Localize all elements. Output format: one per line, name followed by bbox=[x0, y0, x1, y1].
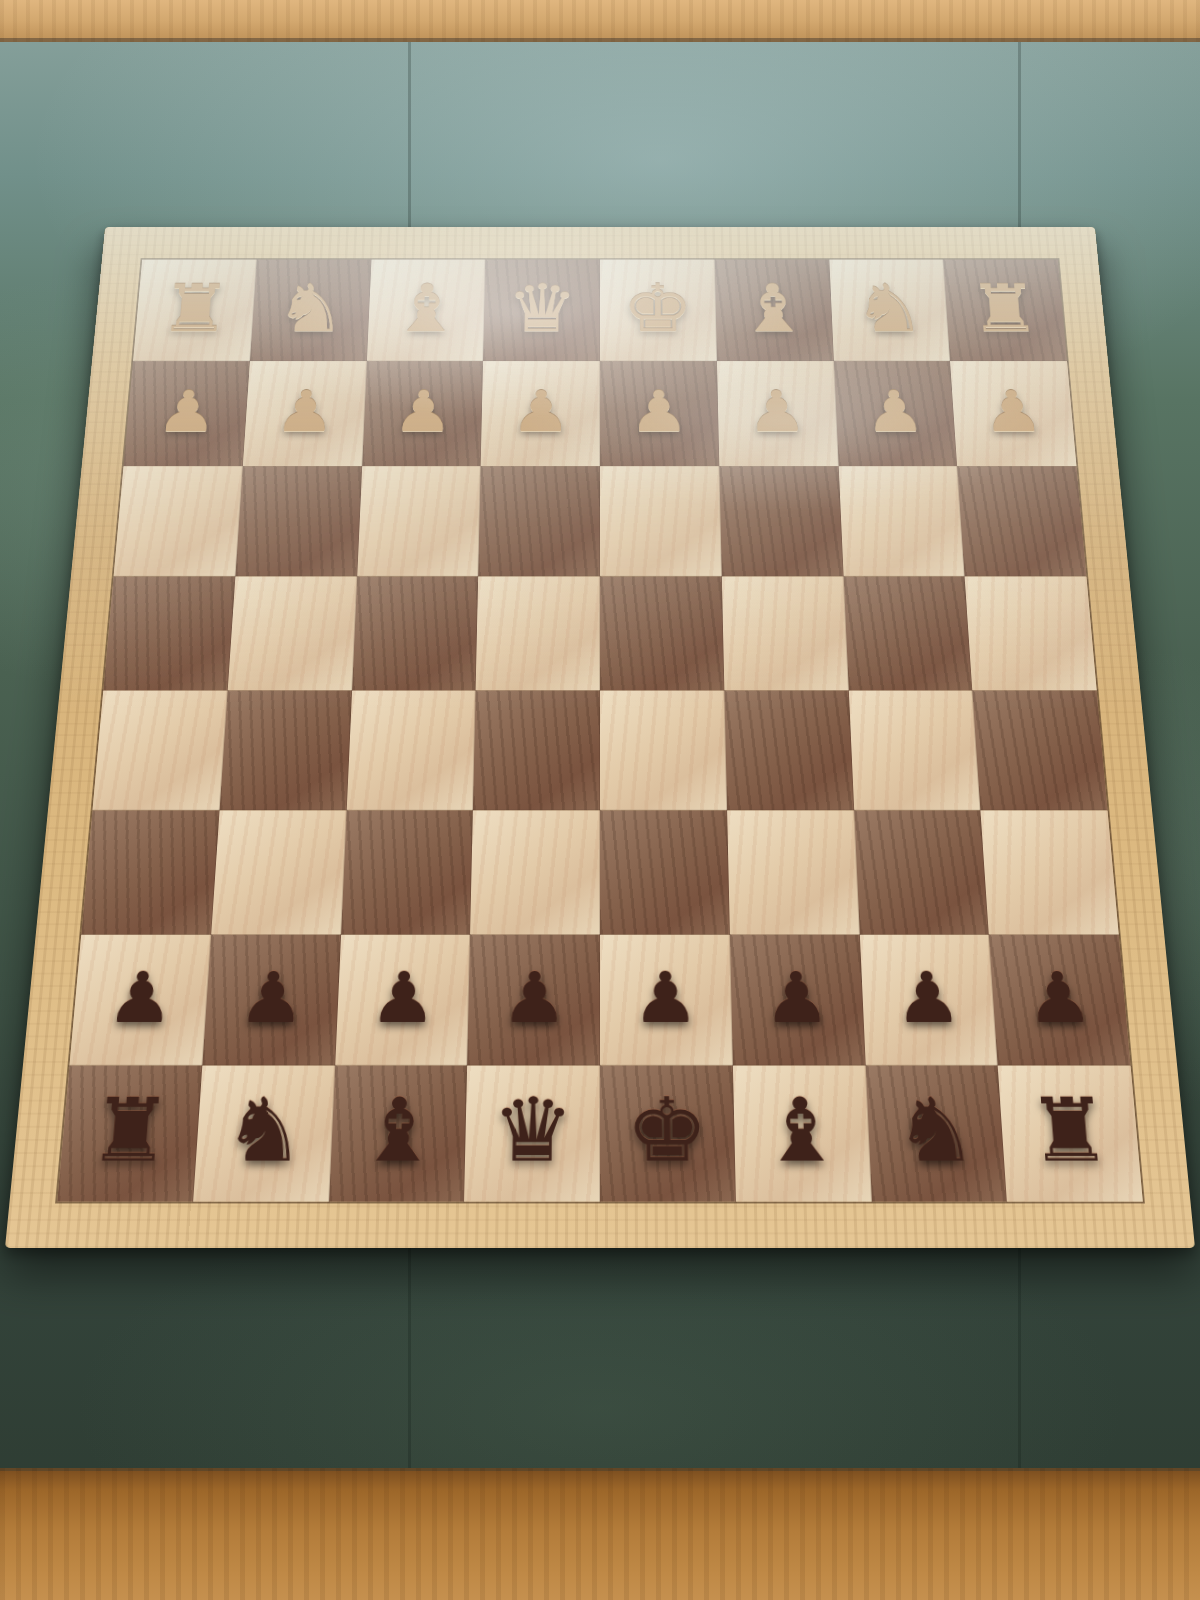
piece-black-pawn[interactable]: ♟ bbox=[1023, 963, 1096, 1033]
square-e4[interactable] bbox=[600, 576, 724, 690]
square-d2[interactable]: ♟ bbox=[481, 361, 600, 466]
piece-black-pawn[interactable]: ♟ bbox=[237, 963, 308, 1033]
square-h3[interactable] bbox=[957, 466, 1086, 576]
square-g4[interactable] bbox=[843, 576, 972, 690]
square-c1[interactable]: ♝ bbox=[367, 260, 486, 361]
square-g5[interactable] bbox=[848, 691, 980, 810]
square-d4[interactable] bbox=[476, 576, 600, 690]
square-h5[interactable] bbox=[973, 691, 1108, 810]
square-d6[interactable] bbox=[470, 810, 600, 935]
square-a5[interactable] bbox=[93, 691, 228, 810]
piece-black-bishop[interactable]: ♝ bbox=[759, 1087, 845, 1175]
square-b5[interactable] bbox=[219, 691, 351, 810]
square-f8[interactable]: ♝ bbox=[733, 1065, 872, 1201]
square-a3[interactable] bbox=[114, 466, 243, 576]
square-b3[interactable] bbox=[235, 466, 362, 576]
square-a6[interactable] bbox=[81, 810, 219, 935]
square-e8[interactable]: ♚ bbox=[600, 1065, 736, 1201]
board-grid: ♜♞♝♛♚♝♞♜♟♟♟♟♟♟♟♟♟♟♟♟♟♟♟♟♜♞♝♛♚♝♞♜ bbox=[57, 260, 1143, 1202]
square-a4[interactable] bbox=[103, 576, 235, 690]
square-d1[interactable]: ♛ bbox=[483, 260, 600, 361]
piece-black-rook[interactable]: ♜ bbox=[1025, 1087, 1115, 1175]
square-f4[interactable] bbox=[722, 576, 849, 690]
piece-white-pawn[interactable]: ♟ bbox=[392, 384, 454, 440]
piece-white-queen[interactable]: ♛ bbox=[506, 276, 578, 341]
square-h2[interactable]: ♟ bbox=[950, 361, 1076, 466]
photo-scene: ♜♞♝♛♚♝♞♜♟♟♟♟♟♟♟♟♟♟♟♟♟♟♟♟♜♞♝♛♚♝♞♜ bbox=[0, 0, 1200, 1600]
square-h4[interactable] bbox=[965, 576, 1097, 690]
square-d8[interactable]: ♛ bbox=[464, 1065, 600, 1201]
piece-white-rook[interactable]: ♜ bbox=[157, 276, 233, 341]
square-f3[interactable] bbox=[719, 466, 843, 576]
piece-white-pawn[interactable]: ♟ bbox=[863, 384, 926, 440]
piece-white-bishop[interactable]: ♝ bbox=[390, 276, 463, 341]
square-d7[interactable]: ♟ bbox=[467, 935, 600, 1065]
square-c7[interactable]: ♟ bbox=[335, 935, 471, 1065]
piece-black-king[interactable]: ♚ bbox=[626, 1087, 710, 1175]
square-g6[interactable] bbox=[854, 810, 989, 935]
square-e5[interactable] bbox=[600, 691, 727, 810]
piece-black-pawn[interactable]: ♟ bbox=[762, 963, 831, 1033]
square-e3[interactable] bbox=[600, 466, 722, 576]
square-h6[interactable] bbox=[981, 810, 1119, 935]
piece-black-pawn[interactable]: ♟ bbox=[105, 963, 178, 1033]
square-f6[interactable] bbox=[727, 810, 859, 935]
square-e6[interactable] bbox=[600, 810, 730, 935]
piece-black-pawn[interactable]: ♟ bbox=[892, 963, 963, 1033]
square-c2[interactable]: ♟ bbox=[362, 361, 483, 466]
square-e1[interactable]: ♚ bbox=[600, 260, 717, 361]
piece-black-rook[interactable]: ♜ bbox=[85, 1087, 175, 1175]
square-h8[interactable]: ♜ bbox=[998, 1065, 1143, 1201]
board-frame: ♜♞♝♛♚♝♞♜♟♟♟♟♟♟♟♟♟♟♟♟♟♟♟♟♜♞♝♛♚♝♞♜ bbox=[5, 227, 1195, 1248]
chess-board: ♜♞♝♛♚♝♞♜♟♟♟♟♟♟♟♟♟♟♟♟♟♟♟♟♜♞♝♛♚♝♞♜ bbox=[5, 227, 1195, 1248]
piece-white-pawn[interactable]: ♟ bbox=[510, 384, 571, 440]
piece-black-bishop[interactable]: ♝ bbox=[356, 1087, 442, 1175]
square-e2[interactable]: ♟ bbox=[600, 361, 719, 466]
piece-black-knight[interactable]: ♞ bbox=[892, 1087, 980, 1175]
square-f5[interactable] bbox=[724, 691, 854, 810]
piece-black-pawn[interactable]: ♟ bbox=[632, 963, 700, 1033]
piece-white-pawn[interactable]: ♟ bbox=[155, 384, 220, 440]
piece-white-pawn[interactable]: ♟ bbox=[980, 384, 1045, 440]
square-c4[interactable] bbox=[352, 576, 479, 690]
square-b2[interactable]: ♟ bbox=[243, 361, 367, 466]
square-h7[interactable]: ♟ bbox=[989, 935, 1130, 1065]
square-a7[interactable]: ♟ bbox=[69, 935, 210, 1065]
square-c5[interactable] bbox=[346, 691, 476, 810]
piece-white-knight[interactable]: ♞ bbox=[273, 276, 348, 341]
piece-white-pawn[interactable]: ♟ bbox=[629, 384, 690, 440]
square-g2[interactable]: ♟ bbox=[833, 361, 957, 466]
square-b6[interactable] bbox=[211, 810, 346, 935]
square-e7[interactable]: ♟ bbox=[600, 935, 733, 1065]
square-g1[interactable]: ♞ bbox=[829, 260, 950, 361]
piece-black-knight[interactable]: ♞ bbox=[221, 1087, 309, 1175]
square-a2[interactable]: ♟ bbox=[124, 361, 250, 466]
square-g8[interactable]: ♞ bbox=[865, 1065, 1007, 1201]
square-b1[interactable]: ♞ bbox=[250, 260, 371, 361]
piece-black-pawn[interactable]: ♟ bbox=[500, 963, 568, 1033]
square-d5[interactable] bbox=[473, 691, 600, 810]
piece-white-king[interactable]: ♚ bbox=[622, 276, 694, 341]
square-f7[interactable]: ♟ bbox=[730, 935, 866, 1065]
table-edge-bottom bbox=[0, 1468, 1200, 1600]
square-a8[interactable]: ♜ bbox=[57, 1065, 202, 1201]
square-f2[interactable]: ♟ bbox=[717, 361, 838, 466]
piece-white-knight[interactable]: ♞ bbox=[852, 276, 927, 341]
square-h1[interactable]: ♜ bbox=[943, 260, 1067, 361]
table-edge-top bbox=[0, 0, 1200, 42]
square-c8[interactable]: ♝ bbox=[329, 1065, 468, 1201]
square-b4[interactable] bbox=[227, 576, 356, 690]
piece-black-pawn[interactable]: ♟ bbox=[368, 963, 437, 1033]
square-c3[interactable] bbox=[357, 466, 481, 576]
square-d3[interactable] bbox=[478, 466, 600, 576]
piece-black-queen[interactable]: ♛ bbox=[491, 1087, 575, 1175]
square-g7[interactable]: ♟ bbox=[859, 935, 998, 1065]
square-b7[interactable]: ♟ bbox=[202, 935, 341, 1065]
square-f1[interactable]: ♝ bbox=[714, 260, 833, 361]
square-a1[interactable]: ♜ bbox=[133, 260, 257, 361]
piece-white-bishop[interactable]: ♝ bbox=[737, 276, 810, 341]
square-g3[interactable] bbox=[838, 466, 965, 576]
piece-white-rook[interactable]: ♜ bbox=[967, 276, 1043, 341]
square-c6[interactable] bbox=[341, 810, 473, 935]
piece-white-pawn[interactable]: ♟ bbox=[273, 384, 336, 440]
piece-white-pawn[interactable]: ♟ bbox=[746, 384, 808, 440]
square-b8[interactable]: ♞ bbox=[193, 1065, 335, 1201]
